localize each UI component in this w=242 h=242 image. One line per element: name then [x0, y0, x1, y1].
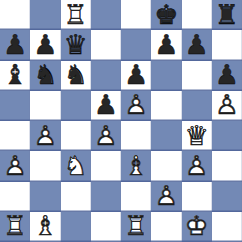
piece-outline-layer: ♕: [182, 121, 212, 151]
piece-outline-layer: ♙: [91, 121, 121, 151]
piece-outline-layer: ♖: [0, 212, 30, 242]
square-a7[interactable]: ♟: [0, 30, 30, 60]
square-c5[interactable]: [61, 91, 91, 121]
piece-black-pawn[interactable]: ♟: [182, 30, 212, 60]
piece-black-pawn[interactable]: ♟: [0, 30, 30, 60]
square-b7[interactable]: ♟: [30, 30, 60, 60]
square-c3[interactable]: ♞♘: [61, 151, 91, 181]
square-a1[interactable]: ♜♖: [0, 212, 30, 242]
piece-black-king[interactable]: ♚: [151, 0, 181, 30]
square-h3[interactable]: [212, 151, 242, 181]
piece-outline-layer: ♙: [212, 91, 242, 121]
square-c8[interactable]: ♜♖: [61, 0, 91, 30]
piece-black-knight[interactable]: ♞: [61, 61, 91, 91]
square-f7[interactable]: ♟: [151, 30, 181, 60]
square-h2[interactable]: [212, 182, 242, 212]
square-g3[interactable]: ♟♙: [182, 151, 212, 181]
piece-black-pawn[interactable]: ♟: [212, 61, 242, 91]
square-g7[interactable]: ♟: [182, 30, 212, 60]
square-d2[interactable]: [91, 182, 121, 212]
square-e3[interactable]: ♝♗: [121, 151, 151, 181]
piece-solid-layer: ♞: [30, 61, 60, 91]
square-c2[interactable]: [61, 182, 91, 212]
piece-solid-layer: ♟: [151, 30, 181, 60]
piece-solid-layer: ♟: [0, 30, 30, 60]
square-c4[interactable]: [61, 121, 91, 151]
piece-white-pawn[interactable]: ♟♙: [121, 91, 151, 121]
piece-white-rook[interactable]: ♜♖: [61, 0, 91, 30]
piece-solid-layer: ♞: [61, 61, 91, 91]
square-f6[interactable]: [151, 61, 181, 91]
piece-outline-layer: ♖: [61, 0, 91, 30]
square-d4[interactable]: ♟♙: [91, 121, 121, 151]
square-f8[interactable]: ♚: [151, 0, 181, 30]
square-g4[interactable]: ♛♕: [182, 121, 212, 151]
piece-black-rook[interactable]: ♜: [212, 0, 242, 30]
square-b2[interactable]: [30, 182, 60, 212]
square-g6[interactable]: [182, 61, 212, 91]
square-h8[interactable]: ♜: [212, 0, 242, 30]
piece-white-bishop[interactable]: ♝♗: [121, 151, 151, 181]
square-a4[interactable]: [0, 121, 30, 151]
square-d3[interactable]: [91, 151, 121, 181]
piece-black-pawn[interactable]: ♟: [151, 30, 181, 60]
piece-outline-layer: ♙: [0, 151, 30, 181]
square-a3[interactable]: ♟♙: [0, 151, 30, 181]
square-h5[interactable]: ♟♙: [212, 91, 242, 121]
piece-solid-layer: ♟: [121, 61, 151, 91]
square-c6[interactable]: ♞: [61, 61, 91, 91]
square-d8[interactable]: [91, 0, 121, 30]
square-g5[interactable]: [182, 91, 212, 121]
piece-solid-layer: ♝: [0, 61, 30, 91]
piece-outline-layer: ♖: [121, 212, 151, 242]
chess-board-container: ♜♖♚♜♟♟♛♟♟♝♞♞♟♟♟♟♙♟♙♟♙♟♙♛♕♟♙♞♘♝♗♟♙♟♙♜♖♝♗♜…: [0, 0, 242, 242]
square-h1[interactable]: [212, 212, 242, 242]
square-a5[interactable]: [0, 91, 30, 121]
piece-white-knight[interactable]: ♞♘: [61, 151, 91, 181]
piece-white-pawn[interactable]: ♟♙: [91, 121, 121, 151]
square-b5[interactable]: [30, 91, 60, 121]
piece-solid-layer: ♟: [91, 91, 121, 121]
square-d7[interactable]: [91, 30, 121, 60]
square-d5[interactable]: ♟: [91, 91, 121, 121]
piece-black-queen[interactable]: ♛: [61, 30, 91, 60]
square-f3[interactable]: [151, 151, 181, 181]
square-e4[interactable]: [121, 121, 151, 151]
chess-board: ♜♖♚♜♟♟♛♟♟♝♞♞♟♟♟♟♙♟♙♟♙♟♙♛♕♟♙♞♘♝♗♟♙♟♙♜♖♝♗♜…: [0, 0, 242, 242]
square-b4[interactable]: ♟♙: [30, 121, 60, 151]
piece-solid-layer: ♟: [212, 61, 242, 91]
square-c1[interactable]: [61, 212, 91, 242]
square-e5[interactable]: ♟♙: [121, 91, 151, 121]
square-c7[interactable]: ♛: [61, 30, 91, 60]
piece-white-pawn[interactable]: ♟♙: [212, 91, 242, 121]
piece-black-bishop[interactable]: ♝: [0, 61, 30, 91]
square-a6[interactable]: ♝: [0, 61, 30, 91]
piece-white-pawn[interactable]: ♟♙: [0, 151, 30, 181]
piece-outline-layer: ♙: [30, 121, 60, 151]
piece-black-pawn[interactable]: ♟: [30, 30, 60, 60]
piece-white-queen[interactable]: ♛♕: [182, 121, 212, 151]
piece-solid-layer: ♟: [30, 30, 60, 60]
piece-white-king[interactable]: ♚♔: [182, 212, 212, 242]
piece-white-bishop[interactable]: ♝♗: [30, 212, 60, 242]
piece-outline-layer: ♘: [61, 151, 91, 181]
square-f4[interactable]: [151, 121, 181, 151]
square-b8[interactable]: [30, 0, 60, 30]
square-h4[interactable]: [212, 121, 242, 151]
piece-white-pawn[interactable]: ♟♙: [151, 182, 181, 212]
piece-solid-layer: ♟: [182, 30, 212, 60]
piece-outline-layer: ♙: [182, 151, 212, 181]
square-g8[interactable]: [182, 0, 212, 30]
square-a8[interactable]: [0, 0, 30, 30]
piece-outline-layer: ♗: [30, 212, 60, 242]
piece-black-knight[interactable]: ♞: [30, 61, 60, 91]
square-b3[interactable]: [30, 151, 60, 181]
piece-solid-layer: ♜: [212, 0, 242, 30]
piece-outline-layer: ♙: [121, 91, 151, 121]
square-f5[interactable]: [151, 91, 181, 121]
piece-white-rook[interactable]: ♜♖: [121, 212, 151, 242]
square-e6[interactable]: ♟: [121, 61, 151, 91]
square-e8[interactable]: [121, 0, 151, 30]
piece-black-pawn[interactable]: ♟: [91, 91, 121, 121]
piece-solid-layer: ♛: [61, 30, 91, 60]
square-a2[interactable]: [0, 182, 30, 212]
square-f1[interactable]: [151, 212, 181, 242]
square-b6[interactable]: ♞: [30, 61, 60, 91]
piece-outline-layer: ♙: [151, 182, 181, 212]
square-h7[interactable]: [212, 30, 242, 60]
square-d6[interactable]: [91, 61, 121, 91]
square-f2[interactable]: ♟♙: [151, 182, 181, 212]
piece-outline-layer: ♗: [121, 151, 151, 181]
square-d1[interactable]: [91, 212, 121, 242]
square-e1[interactable]: ♜♖: [121, 212, 151, 242]
piece-white-rook[interactable]: ♜♖: [0, 212, 30, 242]
square-e2[interactable]: [121, 182, 151, 212]
square-g2[interactable]: [182, 182, 212, 212]
piece-outline-layer: ♔: [182, 212, 212, 242]
square-h6[interactable]: ♟: [212, 61, 242, 91]
square-g1[interactable]: ♚♔: [182, 212, 212, 242]
piece-white-pawn[interactable]: ♟♙: [30, 121, 60, 151]
square-b1[interactable]: ♝♗: [30, 212, 60, 242]
square-e7[interactable]: [121, 30, 151, 60]
piece-solid-layer: ♚: [151, 0, 181, 30]
piece-white-pawn[interactable]: ♟♙: [182, 151, 212, 181]
piece-black-pawn[interactable]: ♟: [121, 61, 151, 91]
